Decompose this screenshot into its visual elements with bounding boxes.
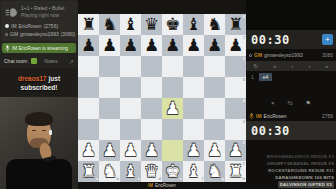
black-pawn-b7[interactable]: ♟ — [99, 35, 120, 56]
square-a5[interactable] — [78, 77, 99, 98]
white-pawn-c2[interactable]: ♟ — [120, 140, 141, 161]
square-g7[interactable]: ♟ — [204, 35, 225, 56]
player-rating: 2756 — [322, 113, 333, 119]
square-c8[interactable]: ♝ — [120, 14, 141, 35]
square-a6[interactable] — [78, 56, 99, 77]
black-pawn-d7[interactable]: ♟ — [141, 35, 162, 56]
square-g2[interactable]: ♟ — [204, 140, 225, 161]
move-e4[interactable]: e4 — [259, 73, 273, 81]
white-pawn-a2[interactable]: ♟ — [78, 140, 99, 161]
subscription-alert: dreaos17just subscribed! — [0, 74, 78, 92]
first-move-icon[interactable]: « — [273, 63, 276, 69]
white-pawn-f2[interactable]: ♟ — [183, 140, 204, 161]
square-d2[interactable]: ♟ — [141, 140, 162, 161]
webcam-feed — [0, 97, 78, 189]
expand-icon[interactable]: ↗ — [69, 58, 74, 65]
square-h8[interactable]: ♜8 — [225, 14, 246, 35]
square-b6[interactable] — [99, 56, 120, 77]
last-move-icon[interactable]: » — [325, 63, 328, 69]
black-player-rating: (3080) — [61, 31, 75, 37]
opponent-row[interactable]: GM gmwesleyso1993 3080 — [246, 51, 336, 59]
clock-black: 00:30 + — [246, 30, 336, 49]
square-h4[interactable]: 4 — [225, 98, 246, 119]
game-meta-card: 1+1 • Rated • Bullet Playing right now I… — [1, 1, 77, 41]
alert-line2: subscribed! — [0, 83, 78, 92]
game-action-buttons: ×½⚑ — [246, 99, 336, 106]
square-e8[interactable]: ♚ — [162, 14, 183, 35]
square-c2[interactable]: ♟ — [120, 140, 141, 161]
opponent-title: GM — [254, 52, 262, 58]
square-e2[interactable] — [162, 140, 183, 161]
square-b4[interactable] — [99, 98, 120, 119]
square-e7[interactable]: ♟ — [162, 35, 183, 56]
right-panel: 00:30 + GM gmwesleyso1993 3080 ↻«‹›» 1 e… — [246, 0, 336, 189]
clock-white-time: 00:30 — [251, 124, 290, 138]
square-g8[interactable]: ♞ — [204, 14, 225, 35]
black-knight-b8[interactable]: ♞ — [99, 14, 120, 35]
coord-rank-8: 8 — [243, 15, 245, 19]
square-f8[interactable]: ♝ — [183, 14, 204, 35]
left-panel: 1+1 • Rated • Bullet Playing right now I… — [0, 0, 78, 189]
black-rook-a8[interactable]: ♜ — [78, 14, 99, 35]
coord-file-e: e — [180, 177, 182, 181]
earbud — [49, 130, 52, 135]
square-g1[interactable]: ♞g — [204, 161, 225, 182]
streamer-badge-icon — [249, 113, 254, 120]
square-a7[interactable]: ♟ — [78, 35, 99, 56]
white-pawn-d2[interactable]: ♟ — [141, 140, 162, 161]
square-c4[interactable] — [120, 98, 141, 119]
move-list: 1 e4 — [246, 72, 336, 81]
square-b7[interactable]: ♟ — [99, 35, 120, 56]
stream-event: GRUMPYSKAMSAL RESUB X8 — [246, 160, 334, 167]
black-pawn-c7[interactable]: ♟ — [120, 35, 141, 56]
square-h1[interactable]: ♜1h — [225, 161, 246, 182]
right-panel-top-spacer — [246, 0, 336, 30]
square-f6[interactable] — [183, 56, 204, 77]
black-player-title: GM — [10, 31, 18, 37]
stream-event: ROCKSTAROUNS RESUB X11 — [246, 167, 334, 174]
square-a2[interactable]: ♟ — [78, 140, 99, 161]
draw-offer-icon[interactable]: ½ — [288, 100, 293, 106]
coord-rank-4: 4 — [243, 99, 245, 103]
bottom-bar-name: EricRosen — [155, 183, 176, 188]
coord-rank-7: 7 — [243, 36, 245, 40]
resign-flag-icon[interactable]: ⚑ — [306, 99, 311, 106]
square-a1[interactable]: ♜a — [78, 161, 99, 182]
square-b5[interactable] — [99, 77, 120, 98]
white-player-rating: (2756) — [44, 23, 58, 29]
square-c6[interactable] — [120, 56, 141, 77]
square-h5[interactable]: 5 — [225, 77, 246, 98]
add-time-button[interactable]: + — [322, 34, 333, 45]
square-e5[interactable] — [162, 77, 183, 98]
stream-event: BRIGHAMALDRICH RESUB X3 — [246, 153, 334, 160]
black-pawn-a7[interactable]: ♟ — [78, 35, 99, 56]
square-c7[interactable]: ♟ — [120, 35, 141, 56]
coord-rank-1: 1 — [243, 162, 245, 166]
square-d3[interactable] — [141, 119, 162, 140]
coord-rank-3: 3 — [243, 120, 245, 124]
next-move-icon[interactable]: › — [308, 63, 310, 69]
coord-file-c: c — [138, 177, 140, 181]
square-c1[interactable]: ♝c — [120, 161, 141, 182]
square-d6[interactable] — [141, 56, 162, 77]
square-a3[interactable] — [78, 119, 99, 140]
player-row[interactable]: IM EricRosen 2756 — [246, 112, 336, 120]
stream-page: 1+1 • Rated • Bullet Playing right now I… — [0, 0, 336, 189]
square-b1[interactable]: ♞b — [99, 161, 120, 182]
tab-chat-room[interactable]: Chat room — [4, 58, 27, 64]
black-bishop-c8[interactable]: ♝ — [120, 14, 141, 35]
square-f7[interactable]: ♟ — [183, 35, 204, 56]
white-pawn-g2[interactable]: ♟ — [204, 140, 225, 161]
replay-icon[interactable]: ↻ — [254, 63, 259, 69]
square-d4[interactable] — [141, 98, 162, 119]
square-e3[interactable] — [162, 119, 183, 140]
coord-file-g: g — [222, 177, 224, 181]
tab-notes[interactable]: Notes — [44, 58, 57, 64]
clock-black-time: 00:30 — [251, 33, 290, 47]
black-bishop-f8[interactable]: ♝ — [183, 14, 204, 35]
square-e6[interactable] — [162, 56, 183, 77]
bullet-game-icon — [5, 6, 18, 19]
chat-toggle[interactable] — [31, 58, 37, 64]
black-pawn-e7[interactable]: ♟ — [162, 35, 183, 56]
streaming-banner[interactable]: IM EricRosen is streaming — [2, 43, 76, 53]
square-a4[interactable] — [78, 98, 99, 119]
chat-tabs: Chat room Notes ↗ — [0, 56, 78, 66]
coord-rank-6: 6 — [243, 57, 245, 61]
coord-file-b: b — [117, 177, 119, 181]
square-c5[interactable] — [120, 77, 141, 98]
square-h2[interactable]: ♟2 — [225, 140, 246, 161]
stream-event: DALVINSON GIFTED X5 — [246, 181, 334, 188]
white-player-title: IM — [11, 23, 17, 29]
player-name: EricRosen — [264, 113, 287, 119]
stream-events: BRIGHAMALDRICH RESUB X3GRUMPYSKAMSAL RES… — [246, 153, 334, 188]
meta-player-black[interactable]: GM gmwesleyso1993 (3080) — [5, 31, 75, 37]
black-pawn-g7[interactable]: ♟ — [204, 35, 225, 56]
black-king-e8[interactable]: ♚ — [162, 14, 183, 35]
white-side-icon — [5, 24, 9, 28]
microphone-icon — [5, 45, 10, 52]
chess-board[interactable]: ♜♞♝♛♚♝♞♜8♟♟♟♟♟♟♟♟765♟43♟♟♟♟♟♟♟2♜a♞b♝c♛d♚… — [78, 14, 246, 182]
coord-rank-2: 2 — [243, 141, 245, 145]
black-side-icon — [5, 33, 8, 36]
square-f3[interactable] — [183, 119, 204, 140]
move-number: 1 — [251, 74, 254, 80]
streamer-torso — [6, 159, 72, 189]
square-h3[interactable]: 3 — [225, 119, 246, 140]
black-side-icon — [249, 52, 252, 58]
coord-file-d: d — [159, 177, 161, 181]
square-b8[interactable]: ♞ — [99, 14, 120, 35]
coord-file-h: h — [243, 177, 245, 181]
square-f1[interactable]: ♝f — [183, 161, 204, 182]
square-e1[interactable]: ♚e — [162, 161, 183, 182]
game-status: Playing right now — [21, 12, 64, 19]
square-e4[interactable]: ♟ — [162, 98, 183, 119]
white-pawn-e4[interactable]: ♟ — [162, 98, 183, 119]
subscriber-username: dreaos17 — [18, 75, 47, 82]
player-title: IM — [256, 113, 262, 119]
meta-player-white[interactable]: IM EricRosen (2756) — [5, 23, 58, 29]
square-f5[interactable] — [183, 77, 204, 98]
square-b2[interactable]: ♟ — [99, 140, 120, 161]
black-queen-d8[interactable]: ♛ — [141, 14, 162, 35]
streaming-banner-text: IM EricRosen is streaming — [12, 46, 68, 51]
square-d8[interactable]: ♛ — [141, 14, 162, 35]
black-pawn-f7[interactable]: ♟ — [183, 35, 204, 56]
square-d7[interactable]: ♟ — [141, 35, 162, 56]
opponent-rating: 3080 — [322, 52, 333, 58]
white-player-name: EricRosen — [19, 23, 42, 29]
square-g3[interactable] — [204, 119, 225, 140]
square-g5[interactable] — [204, 77, 225, 98]
bottom-player-bar: IM EricRosen — [78, 182, 246, 189]
abort-icon[interactable]: × — [271, 100, 275, 106]
opponent-name: gmwesleyso1993 — [264, 52, 303, 58]
prev-move-icon[interactable]: ‹ — [291, 63, 293, 69]
white-pawn-b2[interactable]: ♟ — [99, 140, 120, 161]
coord-file-a: a — [96, 177, 98, 181]
clock-white: 00:30 — [246, 121, 336, 140]
square-f2[interactable]: ♟ — [183, 140, 204, 161]
square-g6[interactable] — [204, 56, 225, 77]
stream-event: DARAGHKEOWN 100 BITS — [246, 174, 334, 181]
square-b3[interactable] — [99, 119, 120, 140]
square-h7[interactable]: ♟7 — [225, 35, 246, 56]
coord-file-f: f — [202, 177, 203, 181]
square-h6[interactable]: 6 — [225, 56, 246, 77]
move-list-toolbar: ↻«‹›» — [246, 61, 336, 71]
square-d5[interactable] — [141, 77, 162, 98]
alert-suffix: just — [48, 75, 60, 82]
square-d1[interactable]: ♛d — [141, 161, 162, 182]
square-g4[interactable] — [204, 98, 225, 119]
square-f4[interactable] — [183, 98, 204, 119]
bottom-bar-title: IM — [148, 183, 153, 188]
square-c3[interactable] — [120, 119, 141, 140]
black-player-name: gmwesleyso1993 — [20, 31, 59, 37]
streamer-hair — [25, 112, 53, 126]
square-a8[interactable]: ♜ — [78, 14, 99, 35]
black-knight-g8[interactable]: ♞ — [204, 14, 225, 35]
coord-rank-5: 5 — [243, 78, 245, 82]
game-time-control: 1+1 • Rated • Bullet — [21, 5, 64, 12]
